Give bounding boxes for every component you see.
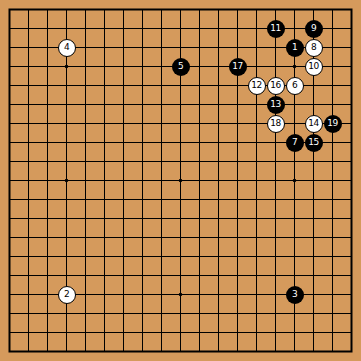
stone-number: 18 (270, 119, 280, 128)
stone-white-14: 14 (305, 115, 323, 133)
stone-black-15: 15 (305, 134, 323, 152)
stone-number: 15 (308, 138, 318, 147)
stone-white-18: 18 (267, 115, 285, 133)
stone-number: 11 (270, 24, 280, 33)
stone-number: 12 (251, 81, 261, 90)
go-board-diagram: 12345678910111213141516171819 (0, 0, 361, 361)
stone-number: 9 (311, 24, 316, 33)
stone-black-17: 17 (229, 58, 247, 76)
stone-black-13: 13 (267, 96, 285, 114)
stone-number: 8 (311, 43, 316, 52)
stone-number: 13 (270, 100, 280, 109)
stone-black-5: 5 (172, 58, 190, 76)
stone-white-8: 8 (305, 39, 323, 57)
stone-black-3: 3 (286, 286, 304, 304)
go-board[interactable]: 12345678910111213141516171819 (0, 0, 361, 361)
stone-number: 19 (327, 119, 337, 128)
stone-number: 6 (292, 81, 297, 90)
stone-number: 2 (64, 290, 69, 299)
stone-black-11: 11 (267, 20, 285, 38)
stone-number: 4 (64, 43, 69, 52)
stone-number: 16 (270, 81, 280, 90)
stone-black-9: 9 (305, 20, 323, 38)
stone-white-4: 4 (58, 39, 76, 57)
stone-number: 1 (292, 43, 297, 52)
stone-number: 10 (308, 62, 318, 71)
stone-white-12: 12 (248, 77, 266, 95)
stone-number: 5 (178, 62, 183, 71)
stone-white-10: 10 (305, 58, 323, 76)
stone-white-2: 2 (58, 286, 76, 304)
stone-number: 14 (308, 119, 318, 128)
stone-white-6: 6 (286, 77, 304, 95)
stone-black-1: 1 (286, 39, 304, 57)
stone-black-7: 7 (286, 134, 304, 152)
stone-number: 7 (292, 138, 297, 147)
stone-black-19: 19 (324, 115, 342, 133)
stone-number: 17 (232, 62, 242, 71)
stone-white-16: 16 (267, 77, 285, 95)
stone-number: 3 (292, 290, 297, 299)
